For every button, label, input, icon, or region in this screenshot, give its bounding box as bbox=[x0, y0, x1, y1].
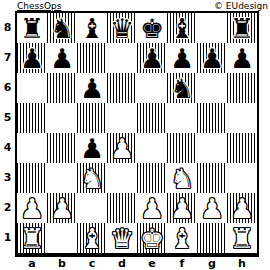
rank-label-8: 8 bbox=[0, 13, 15, 43]
square-d8[interactable]: ♛ bbox=[107, 13, 137, 43]
square-h8[interactable]: ♜ bbox=[227, 13, 257, 43]
square-a6[interactable] bbox=[17, 73, 47, 103]
rank-label-5: 5 bbox=[0, 103, 15, 133]
black-pawn-piece: ♟ bbox=[197, 43, 227, 73]
white-pawn-piece: ♟ bbox=[167, 193, 197, 223]
square-d1[interactable]: ♛ bbox=[107, 223, 137, 253]
square-c2[interactable] bbox=[77, 193, 107, 223]
square-b2[interactable]: ♟ bbox=[47, 193, 77, 223]
square-h4[interactable] bbox=[227, 133, 257, 163]
square-g3[interactable] bbox=[197, 163, 227, 193]
square-f4[interactable] bbox=[167, 133, 197, 163]
file-label-e: e bbox=[137, 258, 167, 270]
square-f2[interactable]: ♟ bbox=[167, 193, 197, 223]
white-pawn-piece: ♟ bbox=[197, 193, 227, 223]
white-rook-piece: ♜ bbox=[17, 223, 47, 253]
white-pawn-piece: ♟ bbox=[47, 193, 77, 223]
white-pawn-piece: ♟ bbox=[107, 133, 137, 163]
black-pawn-piece: ♟ bbox=[77, 73, 107, 103]
black-rook-piece: ♜ bbox=[17, 13, 47, 43]
black-king-piece: ♚ bbox=[137, 13, 167, 43]
square-d5[interactable] bbox=[107, 103, 137, 133]
chess-board: ♜♞♝♛♚♝♜♟♟♟♟♟♟♟♞♟♟♞♞♟♟♟♟♟♟♜♝♛♚♝♜ bbox=[15, 11, 259, 257]
square-c8[interactable]: ♝ bbox=[77, 13, 107, 43]
rank-label-6: 6 bbox=[0, 73, 15, 103]
square-h7[interactable]: ♟ bbox=[227, 43, 257, 73]
black-pawn-piece: ♟ bbox=[47, 43, 77, 73]
square-e8[interactable]: ♚ bbox=[137, 13, 167, 43]
square-e6[interactable] bbox=[137, 73, 167, 103]
square-c3[interactable]: ♞ bbox=[77, 163, 107, 193]
square-f8[interactable]: ♝ bbox=[167, 13, 197, 43]
black-pawn-piece: ♟ bbox=[227, 43, 257, 73]
square-b1[interactable] bbox=[47, 223, 77, 253]
square-a1[interactable]: ♜ bbox=[17, 223, 47, 253]
square-f5[interactable] bbox=[167, 103, 197, 133]
black-queen-piece: ♛ bbox=[107, 13, 137, 43]
square-a8[interactable]: ♜ bbox=[17, 13, 47, 43]
black-bishop-piece: ♝ bbox=[167, 13, 197, 43]
square-g8[interactable] bbox=[197, 13, 227, 43]
square-b4[interactable] bbox=[47, 133, 77, 163]
square-a7[interactable]: ♟ bbox=[17, 43, 47, 73]
rank-labels: 87654321 bbox=[0, 11, 15, 257]
square-g4[interactable] bbox=[197, 133, 227, 163]
white-knight-piece: ♞ bbox=[77, 163, 107, 193]
white-pawn-piece: ♟ bbox=[17, 193, 47, 223]
white-knight-piece: ♞ bbox=[167, 163, 197, 193]
rank-label-7: 7 bbox=[0, 43, 15, 73]
file-label-a: a bbox=[17, 258, 47, 270]
square-h1[interactable]: ♜ bbox=[227, 223, 257, 253]
file-label-c: c bbox=[77, 258, 107, 270]
square-c6[interactable]: ♟ bbox=[77, 73, 107, 103]
square-c4[interactable]: ♟ bbox=[77, 133, 107, 163]
square-h6[interactable] bbox=[227, 73, 257, 103]
file-label-f: f bbox=[167, 258, 197, 270]
square-b7[interactable]: ♟ bbox=[47, 43, 77, 73]
square-c5[interactable] bbox=[77, 103, 107, 133]
black-pawn-piece: ♟ bbox=[17, 43, 47, 73]
square-f1[interactable]: ♝ bbox=[167, 223, 197, 253]
square-h3[interactable] bbox=[227, 163, 257, 193]
file-label-d: d bbox=[107, 258, 137, 270]
square-a4[interactable] bbox=[17, 133, 47, 163]
square-d6[interactable] bbox=[107, 73, 137, 103]
square-f6[interactable]: ♞ bbox=[167, 73, 197, 103]
square-b8[interactable]: ♞ bbox=[47, 13, 77, 43]
rank-label-3: 3 bbox=[0, 163, 15, 193]
app-title-link[interactable]: ChessOps bbox=[17, 1, 61, 11]
board-area: 87654321 ♜♞♝♛♚♝♜♟♟♟♟♟♟♟♞♟♟♞♞♟♟♟♟♟♟♜♝♛♚♝♜ bbox=[0, 11, 259, 257]
file-label-h: h bbox=[227, 258, 257, 270]
square-d2[interactable] bbox=[107, 193, 137, 223]
white-bishop-piece: ♝ bbox=[77, 223, 107, 253]
black-rook-piece: ♜ bbox=[227, 13, 257, 43]
black-pawn-piece: ♟ bbox=[137, 43, 167, 73]
black-knight-piece: ♞ bbox=[167, 73, 197, 103]
file-labels: abcdefgh bbox=[17, 258, 257, 270]
file-label-b: b bbox=[47, 258, 77, 270]
rank-label-1: 1 bbox=[0, 223, 15, 253]
chessops-window: ChessOps © EUdesign 87654321 ♜♞♝♛♚♝♜♟♟♟♟… bbox=[0, 0, 270, 270]
white-bishop-piece: ♝ bbox=[167, 223, 197, 253]
square-h2[interactable]: ♟ bbox=[227, 193, 257, 223]
square-a5[interactable] bbox=[17, 103, 47, 133]
square-g1[interactable] bbox=[197, 223, 227, 253]
square-f7[interactable]: ♟ bbox=[167, 43, 197, 73]
square-g2[interactable]: ♟ bbox=[197, 193, 227, 223]
square-e4[interactable] bbox=[137, 133, 167, 163]
black-knight-piece: ♞ bbox=[47, 13, 77, 43]
white-rook-piece: ♜ bbox=[227, 223, 257, 253]
black-pawn-piece: ♟ bbox=[167, 43, 197, 73]
square-e7[interactable]: ♟ bbox=[137, 43, 167, 73]
file-label-g: g bbox=[197, 258, 227, 270]
white-pawn-piece: ♟ bbox=[227, 193, 257, 223]
white-pawn-piece: ♟ bbox=[137, 193, 167, 223]
square-e3[interactable] bbox=[137, 163, 167, 193]
square-c7[interactable] bbox=[77, 43, 107, 73]
square-f3[interactable]: ♞ bbox=[167, 163, 197, 193]
square-e5[interactable] bbox=[137, 103, 167, 133]
square-g7[interactable]: ♟ bbox=[197, 43, 227, 73]
square-d3[interactable] bbox=[107, 163, 137, 193]
header-bar: ChessOps © EUdesign bbox=[0, 0, 270, 11]
white-queen-piece: ♛ bbox=[107, 223, 137, 253]
square-b6[interactable] bbox=[47, 73, 77, 103]
copyright-credit: © EUdesign bbox=[214, 1, 268, 11]
rank-label-4: 4 bbox=[0, 133, 15, 163]
square-e2[interactable]: ♟ bbox=[137, 193, 167, 223]
square-g5[interactable] bbox=[197, 103, 227, 133]
square-b3[interactable] bbox=[47, 163, 77, 193]
black-bishop-piece: ♝ bbox=[77, 13, 107, 43]
square-h5[interactable] bbox=[227, 103, 257, 133]
square-e1[interactable]: ♚ bbox=[137, 223, 167, 253]
white-king-piece: ♚ bbox=[137, 223, 167, 253]
square-a2[interactable]: ♟ bbox=[17, 193, 47, 223]
square-g6[interactable] bbox=[197, 73, 227, 103]
square-d7[interactable] bbox=[107, 43, 137, 73]
rank-label-2: 2 bbox=[0, 193, 15, 223]
square-a3[interactable] bbox=[17, 163, 47, 193]
square-d4[interactable]: ♟ bbox=[107, 133, 137, 163]
black-pawn-piece: ♟ bbox=[77, 133, 107, 163]
square-b5[interactable] bbox=[47, 103, 77, 133]
square-c1[interactable]: ♝ bbox=[77, 223, 107, 253]
